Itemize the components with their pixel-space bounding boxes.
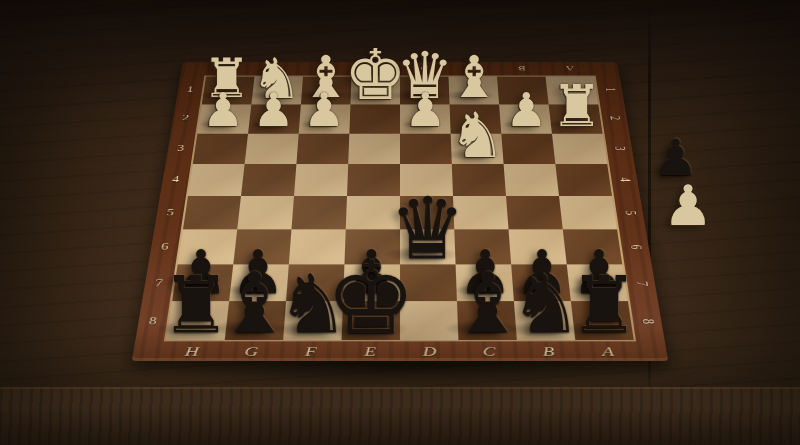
square-b1 — [497, 77, 549, 105]
square-d8 — [400, 301, 458, 340]
file-label: H — [184, 344, 200, 359]
square-b4 — [504, 164, 559, 196]
square-d5 — [400, 196, 454, 229]
square-f1 — [301, 77, 352, 105]
file-label: G — [244, 344, 259, 359]
square-e4 — [347, 164, 400, 196]
square-f8 — [283, 301, 343, 340]
square-d4 — [400, 164, 453, 196]
file-label: C — [469, 64, 477, 72]
square-c3 — [451, 134, 504, 164]
rank-label: 8 — [138, 316, 168, 328]
square-c8 — [457, 301, 517, 340]
square-b6 — [509, 229, 567, 264]
rank-label: 2 — [173, 114, 199, 123]
square-a1 — [545, 77, 598, 105]
square-h6 — [178, 229, 238, 264]
rank-label: 1 — [177, 85, 202, 93]
rank-label: 8 — [637, 312, 657, 331]
square-b7 — [511, 264, 571, 301]
captured-white-pawn: ♟ — [663, 178, 713, 234]
square-c1 — [448, 77, 499, 105]
square-c4 — [452, 164, 506, 196]
file-label: A — [601, 344, 615, 359]
rank-label: 1 — [601, 83, 618, 97]
square-a2 — [549, 104, 603, 133]
file-label: C — [482, 344, 495, 359]
square-f3 — [296, 134, 349, 164]
rank-label: 5 — [156, 208, 184, 218]
square-h4 — [188, 164, 245, 196]
square-e2 — [349, 104, 400, 133]
square-c2 — [450, 104, 502, 133]
file-label: D — [420, 64, 428, 72]
file-label: H — [225, 64, 234, 72]
rank-label: 4 — [162, 175, 189, 185]
table-front-edge — [0, 387, 800, 445]
file-label: F — [324, 64, 331, 72]
board-frame: HGFEDCBAHGFEDCBA1234567812345678 — [132, 62, 668, 361]
square-b5 — [506, 196, 563, 229]
file-label: B — [518, 64, 526, 72]
file-label: E — [364, 344, 376, 359]
square-c5 — [453, 196, 509, 229]
square-g3 — [245, 134, 299, 164]
rank-label: 5 — [620, 205, 639, 221]
square-e5 — [346, 196, 400, 229]
square-d2 — [400, 104, 451, 133]
rank-label: 2 — [606, 111, 623, 125]
file-label: D — [423, 344, 437, 359]
square-f4 — [294, 164, 348, 196]
square-c6 — [454, 229, 511, 264]
square-f5 — [291, 196, 347, 229]
square-a3 — [552, 134, 607, 164]
square-e6 — [344, 229, 400, 264]
square-e8 — [342, 301, 400, 340]
rank-label: 3 — [167, 144, 194, 153]
square-h2 — [197, 104, 251, 133]
rank-label: 3 — [610, 141, 628, 156]
table-scene: HGFEDCBAHGFEDCBA1234567812345678 ♜♞♝♚♛♝♟… — [0, 0, 800, 445]
file-label: F — [305, 344, 317, 359]
square-h5 — [183, 196, 241, 229]
square-d7 — [400, 264, 457, 301]
square-f7 — [286, 264, 344, 301]
square-a5 — [559, 196, 617, 229]
square-e7 — [343, 264, 400, 301]
square-d3 — [400, 134, 452, 164]
square-a8 — [571, 301, 634, 340]
file-label: A — [566, 64, 575, 72]
file-label: G — [274, 64, 283, 72]
file-label: E — [372, 64, 379, 72]
square-c7 — [456, 264, 514, 301]
square-b2 — [499, 104, 552, 133]
square-a6 — [563, 229, 623, 264]
square-g2 — [248, 104, 301, 133]
square-g7 — [229, 264, 289, 301]
square-a7 — [567, 264, 628, 301]
square-g6 — [233, 229, 291, 264]
square-d1 — [400, 77, 450, 105]
square-g5 — [237, 196, 294, 229]
captured-black-pawn: ♟ — [654, 133, 699, 183]
square-h3 — [193, 134, 248, 164]
square-h8 — [166, 301, 229, 340]
square-d6 — [400, 229, 456, 264]
square-g1 — [251, 77, 303, 105]
square-h7 — [172, 264, 233, 301]
rank-label: 7 — [144, 278, 173, 289]
rank-label: 6 — [626, 239, 645, 256]
square-g8 — [225, 301, 286, 340]
rank-label: 7 — [631, 274, 651, 292]
square-e3 — [348, 134, 400, 164]
square-f6 — [289, 229, 346, 264]
square-a4 — [555, 164, 612, 196]
square-g4 — [241, 164, 296, 196]
file-label: B — [542, 344, 555, 359]
square-e1 — [350, 77, 400, 105]
square-h1 — [202, 77, 255, 105]
chessboard: HGFEDCBAHGFEDCBA1234567812345678 — [132, 62, 668, 361]
square-f2 — [299, 104, 351, 133]
rank-label: 6 — [150, 242, 179, 253]
square-b3 — [501, 134, 555, 164]
rank-label: 4 — [615, 172, 633, 188]
square-b8 — [514, 301, 575, 340]
board-grid — [164, 76, 636, 342]
